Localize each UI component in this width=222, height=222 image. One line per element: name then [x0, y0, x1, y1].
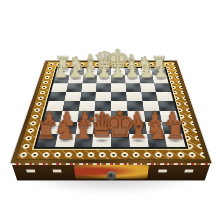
silver-p-icon: ♟ — [154, 64, 168, 80]
copper-r-icon: ♜ — [164, 118, 186, 143]
pieces-layer: ♜♞♝♛♚♝♞♜♟♟♟♟♟♟♟♟♟♟♟♟♟♟♟♟♜♞♝♛♚♝♞♜ — [36, 68, 185, 147]
silver-p-icon: ♟ — [54, 64, 68, 80]
silver-p-icon: ♟ — [97, 64, 111, 80]
box-front-face — [11, 163, 210, 181]
latch-clasp-icon — [107, 171, 116, 180]
chess-board: ♜♞♝♛♚♝♞♜♟♟♟♟♟♟♟♟♟♟♟♟♟♟♟♟♜♞♝♛♚♝♞♜ — [11, 61, 212, 163]
silver-p-icon: ♟ — [139, 64, 153, 80]
chess-set-photo: ♜♞♝♛♚♝♞♜♟♟♟♟♟♟♟♟♟♟♟♟♟♟♟♟♜♞♝♛♚♝♞♜ — [0, 0, 222, 222]
silver-p-icon: ♟ — [68, 64, 82, 80]
silver-p-icon: ♟ — [82, 64, 96, 80]
silver-p-icon: ♟ — [125, 64, 139, 80]
scene: ♜♞♝♛♚♝♞♜♟♟♟♟♟♟♟♟♟♟♟♟♟♟♟♟♜♞♝♛♚♝♞♜ — [0, 0, 222, 222]
silver-p-icon: ♟ — [111, 64, 125, 80]
playing-area: ♜♞♝♛♚♝♞♜♟♟♟♟♟♟♟♟♟♟♟♟♟♟♟♟♜♞♝♛♚♝♞♜ — [36, 68, 185, 147]
